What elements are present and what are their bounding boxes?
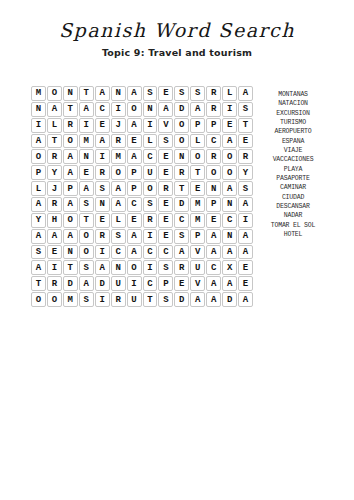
word-list-item: CAMINAR — [252, 183, 334, 192]
word-list-item: PASAPORTE — [252, 174, 334, 183]
grid-cell-r9c10: C — [174, 213, 189, 228]
grid-cell-r12c12: C — [206, 260, 221, 275]
grid-cell-r11c13: A — [222, 245, 237, 260]
grid-cell-r12c8: I — [143, 260, 158, 275]
grid-cell-r2c8: N — [143, 102, 158, 117]
grid-cell-r14c6: R — [111, 292, 126, 307]
grid-cell-r1c9: E — [158, 86, 173, 101]
grid-cell-r4c6: R — [111, 134, 126, 149]
grid-cell-r3c10: O — [174, 118, 189, 133]
word-list-item: NATACION — [252, 99, 334, 108]
grid-cell-r8c10: D — [174, 197, 189, 212]
grid-cell-r11c12: A — [206, 245, 221, 260]
grid-cell-r12c5: A — [95, 260, 110, 275]
grid-cell-r5c11: O — [190, 149, 205, 164]
grid-cell-r2c14: S — [238, 102, 253, 117]
grid-cell-r14c1: O — [31, 292, 46, 307]
grid-cell-r4c8: L — [143, 134, 158, 149]
grid-cell-r13c11: V — [190, 276, 205, 291]
word-search-grid: MONTANASESSRLANATACIONADARISILRIEJAIVOPP… — [31, 86, 253, 307]
grid-cell-r3c6: J — [111, 118, 126, 133]
grid-cell-r11c3: N — [63, 245, 78, 260]
grid-cell-r8c7: C — [127, 197, 142, 212]
grid-cell-r1c7: A — [127, 86, 142, 101]
grid-cell-r1c3: N — [63, 86, 78, 101]
word-list-item: PLAYA — [252, 165, 334, 174]
grid-cell-r2c12: R — [206, 102, 221, 117]
grid-cell-r5c7: A — [127, 149, 142, 164]
grid-cell-r10c7: A — [127, 229, 142, 244]
grid-cell-r8c13: N — [222, 197, 237, 212]
grid-cell-r2c5: C — [95, 102, 110, 117]
grid-cell-r5c9: E — [158, 149, 173, 164]
grid-cell-r13c1: T — [31, 276, 46, 291]
grid-cell-r12c13: X — [222, 260, 237, 275]
word-list-item: VACCACIONES — [252, 155, 334, 164]
grid-cell-r4c9: S — [158, 134, 173, 149]
grid-cell-r6c5: R — [95, 165, 110, 180]
grid-cell-r8c5: N — [95, 197, 110, 212]
grid-cell-r11c14: A — [238, 245, 253, 260]
grid-cell-r13c14: E — [238, 276, 253, 291]
grid-cell-r12c11: U — [190, 260, 205, 275]
grid-cell-r9c7: E — [127, 213, 142, 228]
grid-cell-r7c12: N — [206, 181, 221, 196]
grid-cell-r5c3: A — [63, 149, 78, 164]
grid-cell-r13c2: R — [47, 276, 62, 291]
grid-cell-r6c7: P — [127, 165, 142, 180]
grid-cell-r4c5: A — [95, 134, 110, 149]
grid-cell-r3c12: P — [206, 118, 221, 133]
word-list: MONTANASNATACIONEXCURSIONTURISMOAEROPUER… — [252, 90, 334, 240]
grid-cell-r7c11: E — [190, 181, 205, 196]
grid-cell-r14c12: A — [206, 292, 221, 307]
grid-cell-r4c11: L — [190, 134, 205, 149]
grid-cell-r14c7: U — [127, 292, 142, 307]
grid-cell-r10c8: I — [143, 229, 158, 244]
grid-cell-r12c3: T — [63, 260, 78, 275]
grid-cell-r6c10: R — [174, 165, 189, 180]
grid-cell-r10c4: O — [79, 229, 94, 244]
grid-cell-r2c11: A — [190, 102, 205, 117]
grid-cell-r12c9: S — [158, 260, 173, 275]
grid-cell-r10c11: P — [190, 229, 205, 244]
grid-cell-r9c4: T — [79, 213, 94, 228]
grid-cell-r10c1: A — [31, 229, 46, 244]
grid-cell-r10c13: N — [222, 229, 237, 244]
grid-cell-r2c1: N — [31, 102, 46, 117]
grid-cell-r7c2: J — [47, 181, 62, 196]
grid-cell-r10c10: S — [174, 229, 189, 244]
grid-cell-r2c7: O — [127, 102, 142, 117]
grid-cell-r14c13: D — [222, 292, 237, 307]
grid-cell-r11c6: C — [111, 245, 126, 260]
grid-cell-r12c10: R — [174, 260, 189, 275]
word-list-item: MONTANAS — [252, 90, 334, 99]
grid-cell-r5c2: R — [47, 149, 62, 164]
word-list-item: TOMAR EL SOL — [252, 221, 334, 230]
grid-cell-r14c14: A — [238, 292, 253, 307]
grid-cell-r3c5: E — [95, 118, 110, 133]
grid-cell-r14c5: I — [95, 292, 110, 307]
grid-cell-r10c3: A — [63, 229, 78, 244]
grid-cell-r11c11: V — [190, 245, 205, 260]
grid-cell-r13c13: A — [222, 276, 237, 291]
grid-cell-r2c3: T — [63, 102, 78, 117]
grid-cell-r10c12: A — [206, 229, 221, 244]
grid-cell-r7c14: S — [238, 181, 253, 196]
grid-cell-r10c14: A — [238, 229, 253, 244]
grid-cell-r7c13: A — [222, 181, 237, 196]
grid-cell-r6c9: E — [158, 165, 173, 180]
grid-cell-r7c9: R — [158, 181, 173, 196]
grid-cell-r3c8: I — [143, 118, 158, 133]
word-list-item: CIUDAD — [252, 193, 334, 202]
grid-cell-r13c7: I — [127, 276, 142, 291]
grid-cell-r2c4: A — [79, 102, 94, 117]
grid-cell-r3c3: R — [63, 118, 78, 133]
grid-cell-r1c11: S — [190, 86, 205, 101]
grid-cell-r14c8: T — [143, 292, 158, 307]
grid-cell-r6c8: U — [143, 165, 158, 180]
grid-cell-r8c4: S — [79, 197, 94, 212]
grid-cell-r11c9: C — [158, 245, 173, 260]
grid-cell-r3c7: A — [127, 118, 142, 133]
grid-cell-r6c12: O — [206, 165, 221, 180]
grid-cell-r8c8: S — [143, 197, 158, 212]
grid-cell-r4c14: E — [238, 134, 253, 149]
grid-cell-r10c9: E — [158, 229, 173, 244]
grid-cell-r11c7: A — [127, 245, 142, 260]
grid-cell-r4c4: M — [79, 134, 94, 149]
grid-cell-r14c3: M — [63, 292, 78, 307]
grid-cell-r1c8: S — [143, 86, 158, 101]
page-subtitle: Topic 9: Travel and tourism — [0, 47, 354, 58]
grid-cell-r10c5: R — [95, 229, 110, 244]
grid-cell-r1c12: R — [206, 86, 221, 101]
grid-cell-r6c3: A — [63, 165, 78, 180]
grid-cell-r5c4: N — [79, 149, 94, 164]
grid-cell-r7c7: P — [127, 181, 142, 196]
grid-cell-r11c4: O — [79, 245, 94, 260]
grid-cell-r4c13: A — [222, 134, 237, 149]
grid-cell-r7c6: A — [111, 181, 126, 196]
grid-cell-r4c12: C — [206, 134, 221, 149]
grid-cell-r6c11: T — [190, 165, 205, 180]
grid-cell-r12c7: O — [127, 260, 142, 275]
grid-cell-r11c10: A — [174, 245, 189, 260]
grid-cell-r2c13: I — [222, 102, 237, 117]
word-list-item: HOTEL — [252, 230, 334, 239]
grid-cell-r9c13: C — [222, 213, 237, 228]
grid-cell-r11c5: I — [95, 245, 110, 260]
grid-cell-r5c6: M — [111, 149, 126, 164]
grid-cell-r5c10: N — [174, 149, 189, 164]
grid-cell-r8c2: R — [47, 197, 62, 212]
grid-cell-r12c14: E — [238, 260, 253, 275]
grid-cell-r12c6: N — [111, 260, 126, 275]
grid-cell-r5c8: C — [143, 149, 158, 164]
grid-cell-r6c1: P — [31, 165, 46, 180]
grid-cell-r14c4: S — [79, 292, 94, 307]
grid-cell-r1c5: A — [95, 86, 110, 101]
grid-cell-r13c6: U — [111, 276, 126, 291]
grid-cell-r5c14: R — [238, 149, 253, 164]
grid-cell-r6c6: O — [111, 165, 126, 180]
grid-cell-r9c1: Y — [31, 213, 46, 228]
grid-cell-r2c2: A — [47, 102, 62, 117]
grid-cell-r3c2: L — [47, 118, 62, 133]
grid-cell-r2c9: A — [158, 102, 173, 117]
grid-cell-r9c2: H — [47, 213, 62, 228]
grid-cell-r4c3: O — [63, 134, 78, 149]
grid-cell-r9c3: O — [63, 213, 78, 228]
grid-cell-r14c11: A — [190, 292, 205, 307]
grid-cell-r5c12: R — [206, 149, 221, 164]
grid-cell-r1c14: A — [238, 86, 253, 101]
grid-cell-r9c8: R — [143, 213, 158, 228]
grid-cell-r13c10: E — [174, 276, 189, 291]
grid-cell-r13c4: A — [79, 276, 94, 291]
grid-cell-r13c3: D — [63, 276, 78, 291]
grid-cell-r11c1: S — [31, 245, 46, 260]
grid-cell-r9c12: E — [206, 213, 221, 228]
grid-cell-r1c13: L — [222, 86, 237, 101]
word-list-item: VIAJE — [252, 146, 334, 155]
grid-cell-r2c6: I — [111, 102, 126, 117]
grid-cell-r6c4: E — [79, 165, 94, 180]
grid-cell-r4c2: T — [47, 134, 62, 149]
grid-cell-r11c2: E — [47, 245, 62, 260]
grid-cell-r13c8: C — [143, 276, 158, 291]
grid-cell-r9c11: M — [190, 213, 205, 228]
grid-cell-r9c5: E — [95, 213, 110, 228]
grid-cell-r3c14: T — [238, 118, 253, 133]
grid-cell-r7c4: A — [79, 181, 94, 196]
grid-cell-r7c8: O — [143, 181, 158, 196]
grid-cell-r2c10: D — [174, 102, 189, 117]
grid-cell-r13c12: A — [206, 276, 221, 291]
grid-cell-r3c4: I — [79, 118, 94, 133]
grid-cell-r12c4: S — [79, 260, 94, 275]
grid-cell-r13c5: D — [95, 276, 110, 291]
word-list-item: TURISMO — [252, 118, 334, 127]
word-list-item: DESCANSAR — [252, 202, 334, 211]
grid-cell-r3c9: V — [158, 118, 173, 133]
grid-cell-r1c10: S — [174, 86, 189, 101]
grid-cell-r9c6: L — [111, 213, 126, 228]
grid-cell-r3c11: P — [190, 118, 205, 133]
grid-cell-r14c2: O — [47, 292, 62, 307]
grid-cell-r8c6: A — [111, 197, 126, 212]
grid-cell-r12c2: I — [47, 260, 62, 275]
grid-cell-r1c6: N — [111, 86, 126, 101]
grid-cell-r1c1: M — [31, 86, 46, 101]
page-title: Spanish Word Search — [0, 19, 354, 41]
grid-cell-r7c5: S — [95, 181, 110, 196]
grid-cell-r14c10: D — [174, 292, 189, 307]
grid-cell-r5c13: O — [222, 149, 237, 164]
grid-cell-r11c8: C — [143, 245, 158, 260]
grid-cell-r5c5: I — [95, 149, 110, 164]
grid-cell-r10c6: S — [111, 229, 126, 244]
word-list-item: NADAR — [252, 211, 334, 220]
word-list-item: ESPANA — [252, 137, 334, 146]
grid-cell-r3c13: E — [222, 118, 237, 133]
grid-cell-r4c1: A — [31, 134, 46, 149]
grid-cell-r7c10: T — [174, 181, 189, 196]
grid-cell-r5c1: O — [31, 149, 46, 164]
grid-cell-r8c1: A — [31, 197, 46, 212]
grid-cell-r9c9: E — [158, 213, 173, 228]
grid-cell-r14c9: S — [158, 292, 173, 307]
grid-cell-r9c14: I — [238, 213, 253, 228]
grid-cell-r3c1: I — [31, 118, 46, 133]
grid-cell-r13c9: P — [158, 276, 173, 291]
grid-cell-r7c3: P — [63, 181, 78, 196]
word-list-item: EXCURSION — [252, 109, 334, 118]
grid-cell-r6c2: Y — [47, 165, 62, 180]
grid-cell-r12c1: A — [31, 260, 46, 275]
grid-cell-r10c2: A — [47, 229, 62, 244]
grid-cell-r6c14: Y — [238, 165, 253, 180]
word-list-item: AEROPUERTO — [252, 127, 334, 136]
grid-cell-r4c10: O — [174, 134, 189, 149]
grid-cell-r8c3: A — [63, 197, 78, 212]
grid-cell-r8c11: M — [190, 197, 205, 212]
grid-cell-r8c14: A — [238, 197, 253, 212]
grid-cell-r1c4: T — [79, 86, 94, 101]
grid-cell-r1c2: O — [47, 86, 62, 101]
grid-cell-r7c1: L — [31, 181, 46, 196]
grid-cell-r6c13: O — [222, 165, 237, 180]
grid-cell-r8c9: E — [158, 197, 173, 212]
grid-cell-r8c12: P — [206, 197, 221, 212]
grid-cell-r4c7: E — [127, 134, 142, 149]
